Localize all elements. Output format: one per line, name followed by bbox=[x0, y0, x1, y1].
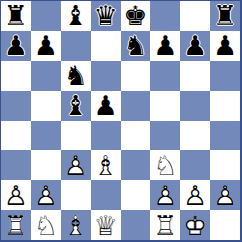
white-bishop[interactable]: ♝♗ bbox=[61, 210, 91, 240]
black-pawn[interactable]: ♟ bbox=[150, 31, 180, 61]
square-d2[interactable] bbox=[91, 180, 121, 210]
square-c1[interactable]: ♝♗ bbox=[61, 210, 91, 240]
square-a1[interactable]: ♜♖ bbox=[1, 210, 31, 240]
black-pawn-glyph: ♟ bbox=[210, 31, 240, 61]
black-bishop[interactable]: ♝ bbox=[61, 1, 91, 31]
square-c5[interactable]: ♝ bbox=[61, 91, 91, 121]
square-e2[interactable] bbox=[121, 180, 151, 210]
square-f2[interactable]: ♟♙ bbox=[150, 180, 180, 210]
white-knight-outline: ♘ bbox=[31, 210, 61, 240]
white-pawn-outline: ♙ bbox=[180, 180, 210, 210]
square-g2[interactable]: ♟♙ bbox=[180, 180, 210, 210]
square-h1[interactable] bbox=[210, 210, 240, 240]
square-b3[interactable] bbox=[31, 150, 61, 180]
chess-board: ♜♝♛♚♜♟♟♞♟♟♟♞♝♟♟♙♝♗♞♘♟♙♟♙♟♙♟♙♟♙♜♖♞♘♝♗♛♕♜♖… bbox=[1, 1, 240, 240]
black-knight-glyph: ♞ bbox=[61, 61, 91, 91]
square-f4[interactable] bbox=[150, 121, 180, 151]
white-pawn-outline: ♙ bbox=[1, 180, 31, 210]
square-h3[interactable] bbox=[210, 150, 240, 180]
square-f1[interactable]: ♜♖ bbox=[150, 210, 180, 240]
square-g8[interactable] bbox=[180, 1, 210, 31]
square-d5[interactable]: ♟ bbox=[91, 91, 121, 121]
white-rook[interactable]: ♜♖ bbox=[150, 210, 180, 240]
black-rook[interactable]: ♜ bbox=[1, 1, 31, 31]
square-e4[interactable] bbox=[121, 121, 151, 151]
square-c3[interactable]: ♟♙ bbox=[61, 150, 91, 180]
white-knight[interactable]: ♞♘ bbox=[31, 210, 61, 240]
white-rook-outline: ♖ bbox=[150, 210, 180, 240]
black-pawn-glyph: ♟ bbox=[1, 31, 31, 61]
square-f7[interactable]: ♟ bbox=[150, 31, 180, 61]
black-pawn[interactable]: ♟ bbox=[210, 31, 240, 61]
black-pawn-glyph: ♟ bbox=[150, 31, 180, 61]
black-pawn[interactable]: ♟ bbox=[1, 31, 31, 61]
white-pawn-outline: ♙ bbox=[31, 180, 61, 210]
square-e5[interactable] bbox=[121, 91, 151, 121]
black-queen[interactable]: ♛ bbox=[91, 1, 121, 31]
black-pawn-glyph: ♟ bbox=[31, 31, 61, 61]
white-pawn[interactable]: ♟♙ bbox=[31, 180, 61, 210]
white-pawn[interactable]: ♟♙ bbox=[61, 150, 91, 180]
square-d7[interactable] bbox=[91, 31, 121, 61]
square-e8[interactable]: ♚ bbox=[121, 1, 151, 31]
black-knight[interactable]: ♞ bbox=[61, 61, 91, 91]
black-pawn[interactable]: ♟ bbox=[180, 31, 210, 61]
square-b5[interactable] bbox=[31, 91, 61, 121]
square-f3[interactable]: ♞♘ bbox=[150, 150, 180, 180]
white-pawn[interactable]: ♟♙ bbox=[210, 180, 240, 210]
black-bishop-glyph: ♝ bbox=[61, 91, 91, 121]
square-b2[interactable]: ♟♙ bbox=[31, 180, 61, 210]
square-a6[interactable] bbox=[1, 61, 31, 91]
square-e3[interactable] bbox=[121, 150, 151, 180]
black-pawn-glyph: ♟ bbox=[180, 31, 210, 61]
square-a8[interactable]: ♜ bbox=[1, 1, 31, 31]
square-e1[interactable] bbox=[121, 210, 151, 240]
square-h5[interactable] bbox=[210, 91, 240, 121]
white-knight[interactable]: ♞♘ bbox=[150, 150, 180, 180]
square-a4[interactable] bbox=[1, 121, 31, 151]
black-bishop[interactable]: ♝ bbox=[61, 91, 91, 121]
square-h8[interactable]: ♜ bbox=[210, 1, 240, 31]
white-pawn-outline: ♙ bbox=[61, 150, 91, 180]
square-b7[interactable]: ♟ bbox=[31, 31, 61, 61]
square-c8[interactable]: ♝ bbox=[61, 1, 91, 31]
white-rook-outline: ♖ bbox=[1, 210, 31, 240]
square-a2[interactable]: ♟♙ bbox=[1, 180, 31, 210]
square-c6[interactable]: ♞ bbox=[61, 61, 91, 91]
white-king[interactable]: ♚♔ bbox=[180, 210, 210, 240]
square-c4[interactable] bbox=[61, 121, 91, 151]
black-bishop-glyph: ♝ bbox=[61, 1, 91, 31]
square-h2[interactable]: ♟♙ bbox=[210, 180, 240, 210]
black-rook[interactable]: ♜ bbox=[210, 1, 240, 31]
black-rook-glyph: ♜ bbox=[210, 1, 240, 31]
square-a7[interactable]: ♟ bbox=[1, 31, 31, 61]
black-pawn[interactable]: ♟ bbox=[31, 31, 61, 61]
white-knight-outline: ♘ bbox=[150, 150, 180, 180]
white-bishop-outline: ♗ bbox=[91, 150, 121, 180]
white-queen[interactable]: ♛♕ bbox=[91, 210, 121, 240]
white-pawn-outline: ♙ bbox=[150, 180, 180, 210]
square-a5[interactable] bbox=[1, 91, 31, 121]
square-f6[interactable] bbox=[150, 61, 180, 91]
square-c2[interactable] bbox=[61, 180, 91, 210]
chess-board-frame: ♜♝♛♚♜♟♟♞♟♟♟♞♝♟♟♙♝♗♞♘♟♙♟♙♟♙♟♙♟♙♜♖♞♘♝♗♛♕♜♖… bbox=[0, 0, 242, 242]
square-g6[interactable] bbox=[180, 61, 210, 91]
square-a3[interactable] bbox=[1, 150, 31, 180]
black-knight-glyph: ♞ bbox=[121, 31, 151, 61]
white-king-outline: ♔ bbox=[180, 210, 210, 240]
square-b4[interactable] bbox=[31, 121, 61, 151]
square-d4[interactable] bbox=[91, 121, 121, 151]
square-e6[interactable] bbox=[121, 61, 151, 91]
white-pawn[interactable]: ♟♙ bbox=[150, 180, 180, 210]
square-d8[interactable]: ♛ bbox=[91, 1, 121, 31]
square-h7[interactable]: ♟ bbox=[210, 31, 240, 61]
square-b6[interactable] bbox=[31, 61, 61, 91]
black-rook-glyph: ♜ bbox=[1, 1, 31, 31]
square-e7[interactable]: ♞ bbox=[121, 31, 151, 61]
square-d1[interactable]: ♛♕ bbox=[91, 210, 121, 240]
black-pawn[interactable]: ♟ bbox=[91, 91, 121, 121]
square-b1[interactable]: ♞♘ bbox=[31, 210, 61, 240]
square-h4[interactable] bbox=[210, 121, 240, 151]
black-pawn-glyph: ♟ bbox=[91, 91, 121, 121]
white-bishop[interactable]: ♝♗ bbox=[91, 150, 121, 180]
square-b8[interactable] bbox=[31, 1, 61, 31]
square-g4[interactable] bbox=[180, 121, 210, 151]
white-bishop-outline: ♗ bbox=[61, 210, 91, 240]
white-pawn[interactable]: ♟♙ bbox=[1, 180, 31, 210]
black-king-glyph: ♚ bbox=[121, 1, 151, 31]
black-knight[interactable]: ♞ bbox=[121, 31, 151, 61]
white-pawn[interactable]: ♟♙ bbox=[180, 180, 210, 210]
square-d6[interactable] bbox=[91, 61, 121, 91]
square-d3[interactable]: ♝♗ bbox=[91, 150, 121, 180]
white-pawn-outline: ♙ bbox=[210, 180, 240, 210]
white-rook[interactable]: ♜♖ bbox=[1, 210, 31, 240]
white-queen-outline: ♕ bbox=[91, 210, 121, 240]
square-g5[interactable] bbox=[180, 91, 210, 121]
square-f8[interactable] bbox=[150, 1, 180, 31]
square-g1[interactable]: ♚♔ bbox=[180, 210, 210, 240]
black-king[interactable]: ♚ bbox=[121, 1, 151, 31]
square-g3[interactable] bbox=[180, 150, 210, 180]
square-f5[interactable] bbox=[150, 91, 180, 121]
square-c7[interactable] bbox=[61, 31, 91, 61]
square-h6[interactable] bbox=[210, 61, 240, 91]
square-g7[interactable]: ♟ bbox=[180, 31, 210, 61]
black-queen-glyph: ♛ bbox=[91, 1, 121, 31]
